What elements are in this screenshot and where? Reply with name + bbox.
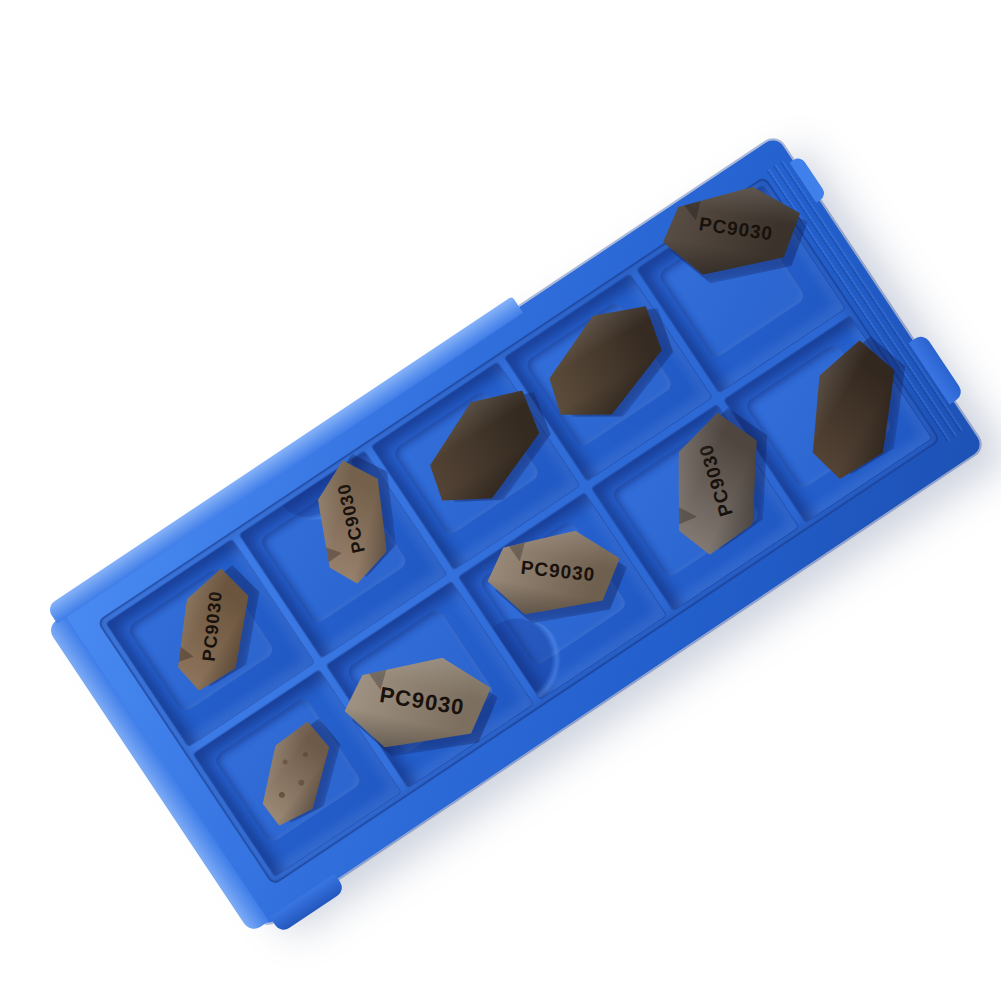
insert-grade-label: PC9030	[333, 481, 369, 555]
carbide-insert	[412, 370, 556, 524]
carbide-insert: PC9030	[340, 652, 497, 751]
carbide-insert: PC9030	[656, 179, 807, 280]
insert-grade-label: PC9030	[695, 441, 738, 519]
product-photo-scene: PC9030PC9030PC9030PC9030PC9030PC9030	[0, 0, 1001, 1001]
insert-grade-label: PC9030	[520, 557, 597, 587]
carbide-insert: PC9030	[315, 457, 390, 586]
insert-grade-label: PC9030	[698, 213, 775, 245]
carbide-insert	[253, 714, 336, 833]
carbide-insert	[802, 334, 901, 485]
insert-grade-label: PC9030	[199, 590, 227, 663]
carbide-insert: PC9030	[169, 563, 255, 697]
insert-grade-label: PC9030	[378, 682, 467, 721]
inserts-layer: PC9030PC9030PC9030PC9030PC9030PC9030	[0, 0, 1001, 1001]
carbide-insert: PC9030	[670, 410, 762, 558]
carbide-insert: PC9030	[482, 525, 625, 619]
